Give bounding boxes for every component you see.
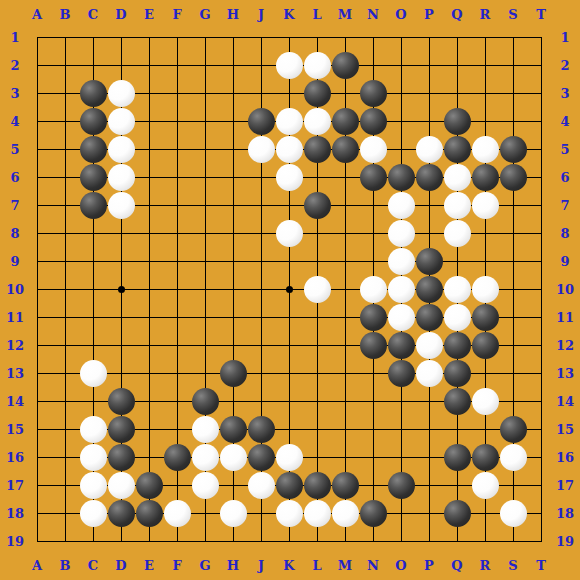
black-stone[interactable] xyxy=(500,416,527,443)
intersection[interactable] xyxy=(387,415,415,443)
intersection[interactable] xyxy=(191,79,219,107)
white-stone[interactable] xyxy=(500,500,527,527)
black-stone[interactable] xyxy=(80,80,107,107)
black-stone[interactable] xyxy=(220,416,247,443)
black-stone[interactable] xyxy=(360,108,387,135)
black-stone[interactable] xyxy=(444,388,471,415)
intersection[interactable] xyxy=(163,107,191,135)
white-stone[interactable] xyxy=(108,192,135,219)
white-stone[interactable] xyxy=(444,304,471,331)
intersection[interactable] xyxy=(331,247,359,275)
intersection[interactable] xyxy=(415,247,443,275)
white-stone[interactable] xyxy=(472,276,499,303)
intersection[interactable] xyxy=(135,23,163,51)
intersection[interactable] xyxy=(163,359,191,387)
white-stone[interactable] xyxy=(388,220,415,247)
intersection[interactable] xyxy=(359,247,387,275)
intersection[interactable] xyxy=(471,79,499,107)
intersection[interactable] xyxy=(387,275,415,303)
intersection[interactable] xyxy=(471,443,499,471)
intersection[interactable] xyxy=(23,275,51,303)
intersection[interactable] xyxy=(219,219,247,247)
intersection[interactable] xyxy=(79,51,107,79)
black-stone[interactable] xyxy=(304,472,331,499)
intersection[interactable] xyxy=(219,23,247,51)
intersection[interactable] xyxy=(331,219,359,247)
intersection[interactable] xyxy=(51,303,79,331)
intersection[interactable] xyxy=(51,23,79,51)
intersection[interactable] xyxy=(135,51,163,79)
intersection[interactable] xyxy=(275,79,303,107)
intersection[interactable] xyxy=(275,303,303,331)
intersection[interactable] xyxy=(79,387,107,415)
intersection[interactable] xyxy=(275,387,303,415)
intersection[interactable] xyxy=(499,443,527,471)
intersection[interactable] xyxy=(499,163,527,191)
black-stone[interactable] xyxy=(108,416,135,443)
intersection[interactable] xyxy=(443,247,471,275)
intersection[interactable] xyxy=(527,51,555,79)
intersection[interactable] xyxy=(499,135,527,163)
white-stone[interactable] xyxy=(164,500,191,527)
intersection[interactable] xyxy=(107,303,135,331)
intersection[interactable] xyxy=(359,51,387,79)
intersection[interactable] xyxy=(163,163,191,191)
intersection[interactable] xyxy=(51,107,79,135)
white-stone[interactable] xyxy=(472,388,499,415)
intersection[interactable] xyxy=(387,107,415,135)
intersection[interactable] xyxy=(163,443,191,471)
white-stone[interactable] xyxy=(192,472,219,499)
intersection[interactable] xyxy=(135,387,163,415)
intersection[interactable] xyxy=(471,331,499,359)
intersection[interactable] xyxy=(303,359,331,387)
intersection[interactable] xyxy=(443,499,471,527)
intersection[interactable] xyxy=(23,359,51,387)
intersection[interactable] xyxy=(527,275,555,303)
intersection[interactable] xyxy=(331,359,359,387)
intersection[interactable] xyxy=(275,219,303,247)
intersection[interactable] xyxy=(23,135,51,163)
intersection[interactable] xyxy=(303,387,331,415)
intersection[interactable] xyxy=(303,163,331,191)
intersection[interactable] xyxy=(359,135,387,163)
intersection[interactable] xyxy=(303,443,331,471)
intersection[interactable] xyxy=(387,303,415,331)
intersection[interactable] xyxy=(359,443,387,471)
intersection[interactable] xyxy=(415,331,443,359)
intersection[interactable] xyxy=(359,191,387,219)
intersection[interactable] xyxy=(443,23,471,51)
intersection[interactable] xyxy=(359,303,387,331)
white-stone[interactable] xyxy=(80,444,107,471)
intersection[interactable] xyxy=(79,275,107,303)
black-stone[interactable] xyxy=(136,472,163,499)
intersection[interactable] xyxy=(471,23,499,51)
intersection[interactable] xyxy=(527,499,555,527)
white-stone[interactable] xyxy=(276,136,303,163)
black-stone[interactable] xyxy=(248,108,275,135)
intersection[interactable] xyxy=(359,359,387,387)
black-stone[interactable] xyxy=(80,192,107,219)
white-stone[interactable] xyxy=(388,304,415,331)
intersection[interactable] xyxy=(359,415,387,443)
intersection[interactable] xyxy=(499,219,527,247)
white-stone[interactable] xyxy=(276,52,303,79)
intersection[interactable] xyxy=(135,331,163,359)
intersection[interactable] xyxy=(219,471,247,499)
intersection[interactable] xyxy=(527,163,555,191)
white-stone[interactable] xyxy=(304,108,331,135)
intersection[interactable] xyxy=(387,219,415,247)
intersection[interactable] xyxy=(359,79,387,107)
black-stone[interactable] xyxy=(472,304,499,331)
white-stone[interactable] xyxy=(108,164,135,191)
intersection[interactable] xyxy=(163,471,191,499)
intersection[interactable] xyxy=(303,191,331,219)
intersection[interactable] xyxy=(359,219,387,247)
white-stone[interactable] xyxy=(80,500,107,527)
black-stone[interactable] xyxy=(360,304,387,331)
intersection[interactable] xyxy=(163,499,191,527)
intersection[interactable] xyxy=(499,359,527,387)
intersection[interactable] xyxy=(247,275,275,303)
white-stone[interactable] xyxy=(388,192,415,219)
intersection[interactable] xyxy=(499,499,527,527)
intersection[interactable] xyxy=(135,303,163,331)
intersection[interactable] xyxy=(415,135,443,163)
intersection[interactable] xyxy=(443,303,471,331)
intersection[interactable] xyxy=(275,499,303,527)
intersection[interactable] xyxy=(247,471,275,499)
intersection[interactable] xyxy=(415,527,443,555)
intersection[interactable] xyxy=(107,527,135,555)
intersection[interactable] xyxy=(79,471,107,499)
intersection[interactable] xyxy=(51,163,79,191)
intersection[interactable] xyxy=(79,191,107,219)
black-stone[interactable] xyxy=(192,388,219,415)
intersection[interactable] xyxy=(219,163,247,191)
intersection[interactable] xyxy=(51,331,79,359)
intersection[interactable] xyxy=(471,275,499,303)
white-stone[interactable] xyxy=(416,332,443,359)
intersection[interactable] xyxy=(247,191,275,219)
intersection[interactable] xyxy=(135,415,163,443)
intersection[interactable] xyxy=(23,499,51,527)
intersection[interactable] xyxy=(415,219,443,247)
intersection[interactable] xyxy=(527,219,555,247)
intersection[interactable] xyxy=(191,219,219,247)
intersection[interactable] xyxy=(51,247,79,275)
black-stone[interactable] xyxy=(416,248,443,275)
black-stone[interactable] xyxy=(332,52,359,79)
intersection[interactable] xyxy=(79,79,107,107)
white-stone[interactable] xyxy=(304,276,331,303)
intersection[interactable] xyxy=(107,23,135,51)
intersection[interactable] xyxy=(219,499,247,527)
intersection[interactable] xyxy=(79,443,107,471)
intersection[interactable] xyxy=(415,359,443,387)
intersection[interactable] xyxy=(303,247,331,275)
intersection[interactable] xyxy=(303,51,331,79)
intersection[interactable] xyxy=(387,163,415,191)
intersection[interactable] xyxy=(79,107,107,135)
black-stone[interactable] xyxy=(388,332,415,359)
black-stone[interactable] xyxy=(416,304,443,331)
intersection[interactable] xyxy=(275,107,303,135)
intersection[interactable] xyxy=(527,79,555,107)
intersection[interactable] xyxy=(415,79,443,107)
intersection[interactable] xyxy=(23,79,51,107)
black-stone[interactable] xyxy=(360,332,387,359)
white-stone[interactable] xyxy=(192,444,219,471)
black-stone[interactable] xyxy=(500,164,527,191)
intersection[interactable] xyxy=(471,303,499,331)
intersection[interactable] xyxy=(499,527,527,555)
intersection[interactable] xyxy=(23,527,51,555)
intersection[interactable] xyxy=(387,79,415,107)
intersection[interactable] xyxy=(275,191,303,219)
intersection[interactable] xyxy=(51,51,79,79)
intersection[interactable] xyxy=(219,331,247,359)
intersection[interactable] xyxy=(51,527,79,555)
intersection[interactable] xyxy=(163,415,191,443)
intersection[interactable] xyxy=(23,415,51,443)
intersection[interactable] xyxy=(219,247,247,275)
intersection[interactable] xyxy=(471,415,499,443)
intersection[interactable] xyxy=(443,387,471,415)
white-stone[interactable] xyxy=(220,444,247,471)
intersection[interactable] xyxy=(79,247,107,275)
intersection[interactable] xyxy=(107,443,135,471)
intersection[interactable] xyxy=(527,191,555,219)
intersection[interactable] xyxy=(303,415,331,443)
white-stone[interactable] xyxy=(472,192,499,219)
intersection[interactable] xyxy=(247,219,275,247)
intersection[interactable] xyxy=(247,303,275,331)
intersection[interactable] xyxy=(51,443,79,471)
intersection[interactable] xyxy=(359,163,387,191)
white-stone[interactable] xyxy=(192,416,219,443)
black-stone[interactable] xyxy=(500,136,527,163)
intersection[interactable] xyxy=(23,443,51,471)
black-stone[interactable] xyxy=(360,500,387,527)
intersection[interactable] xyxy=(23,471,51,499)
intersection[interactable] xyxy=(191,275,219,303)
intersection[interactable] xyxy=(331,331,359,359)
intersection[interactable] xyxy=(387,247,415,275)
white-stone[interactable] xyxy=(416,136,443,163)
intersection[interactable] xyxy=(51,415,79,443)
intersection[interactable] xyxy=(443,331,471,359)
intersection[interactable] xyxy=(51,387,79,415)
black-stone[interactable] xyxy=(304,136,331,163)
intersection[interactable] xyxy=(415,499,443,527)
intersection[interactable] xyxy=(275,23,303,51)
intersection[interactable] xyxy=(79,219,107,247)
intersection[interactable] xyxy=(387,471,415,499)
white-stone[interactable] xyxy=(276,108,303,135)
intersection[interactable] xyxy=(135,499,163,527)
white-stone[interactable] xyxy=(80,416,107,443)
white-stone[interactable] xyxy=(444,276,471,303)
intersection[interactable] xyxy=(163,219,191,247)
intersection[interactable] xyxy=(471,247,499,275)
black-stone[interactable] xyxy=(304,80,331,107)
intersection[interactable] xyxy=(275,247,303,275)
intersection[interactable] xyxy=(331,499,359,527)
intersection[interactable] xyxy=(163,135,191,163)
intersection[interactable] xyxy=(107,499,135,527)
intersection[interactable] xyxy=(247,247,275,275)
intersection[interactable] xyxy=(247,163,275,191)
intersection[interactable] xyxy=(191,387,219,415)
black-stone[interactable] xyxy=(80,108,107,135)
intersection[interactable] xyxy=(135,359,163,387)
intersection[interactable] xyxy=(135,219,163,247)
intersection[interactable] xyxy=(387,135,415,163)
intersection[interactable] xyxy=(247,443,275,471)
intersection[interactable] xyxy=(443,191,471,219)
intersection[interactable] xyxy=(79,163,107,191)
intersection[interactable] xyxy=(303,303,331,331)
intersection[interactable] xyxy=(191,247,219,275)
intersection[interactable] xyxy=(275,51,303,79)
intersection[interactable] xyxy=(219,135,247,163)
intersection[interactable] xyxy=(23,191,51,219)
intersection[interactable] xyxy=(107,359,135,387)
white-stone[interactable] xyxy=(360,276,387,303)
black-stone[interactable] xyxy=(332,472,359,499)
intersection[interactable] xyxy=(443,275,471,303)
intersection[interactable] xyxy=(387,499,415,527)
intersection[interactable] xyxy=(303,135,331,163)
intersection[interactable] xyxy=(527,415,555,443)
intersection[interactable] xyxy=(443,163,471,191)
black-stone[interactable] xyxy=(360,80,387,107)
white-stone[interactable] xyxy=(80,472,107,499)
intersection[interactable] xyxy=(359,331,387,359)
intersection[interactable] xyxy=(275,163,303,191)
intersection[interactable] xyxy=(135,79,163,107)
intersection[interactable] xyxy=(443,443,471,471)
white-stone[interactable] xyxy=(500,444,527,471)
black-stone[interactable] xyxy=(332,108,359,135)
intersection[interactable] xyxy=(527,443,555,471)
intersection[interactable] xyxy=(387,51,415,79)
intersection[interactable] xyxy=(219,79,247,107)
black-stone[interactable] xyxy=(444,360,471,387)
white-stone[interactable] xyxy=(108,80,135,107)
intersection[interactable] xyxy=(51,191,79,219)
black-stone[interactable] xyxy=(136,500,163,527)
intersection[interactable] xyxy=(23,331,51,359)
intersection[interactable] xyxy=(443,527,471,555)
intersection[interactable] xyxy=(499,51,527,79)
black-stone[interactable] xyxy=(444,500,471,527)
intersection[interactable] xyxy=(23,51,51,79)
intersection[interactable] xyxy=(163,303,191,331)
intersection[interactable] xyxy=(135,443,163,471)
black-stone[interactable] xyxy=(388,360,415,387)
intersection[interactable] xyxy=(415,275,443,303)
intersection[interactable] xyxy=(275,443,303,471)
intersection[interactable] xyxy=(219,51,247,79)
intersection[interactable] xyxy=(303,331,331,359)
intersection[interactable] xyxy=(275,275,303,303)
white-stone[interactable] xyxy=(388,276,415,303)
intersection[interactable] xyxy=(471,107,499,135)
intersection[interactable] xyxy=(499,23,527,51)
intersection[interactable] xyxy=(219,415,247,443)
black-stone[interactable] xyxy=(80,136,107,163)
intersection[interactable] xyxy=(107,219,135,247)
intersection[interactable] xyxy=(331,191,359,219)
intersection[interactable] xyxy=(331,387,359,415)
intersection[interactable] xyxy=(359,107,387,135)
intersection[interactable] xyxy=(51,499,79,527)
intersection[interactable] xyxy=(135,163,163,191)
intersection[interactable] xyxy=(415,23,443,51)
intersection[interactable] xyxy=(331,51,359,79)
intersection[interactable] xyxy=(527,471,555,499)
white-stone[interactable] xyxy=(332,500,359,527)
black-stone[interactable] xyxy=(248,416,275,443)
white-stone[interactable] xyxy=(472,136,499,163)
intersection[interactable] xyxy=(191,51,219,79)
intersection[interactable] xyxy=(443,107,471,135)
intersection[interactable] xyxy=(107,471,135,499)
intersection[interactable] xyxy=(163,79,191,107)
intersection[interactable] xyxy=(387,23,415,51)
intersection[interactable] xyxy=(79,23,107,51)
intersection[interactable] xyxy=(359,471,387,499)
white-stone[interactable] xyxy=(304,500,331,527)
intersection[interactable] xyxy=(191,191,219,219)
intersection[interactable] xyxy=(443,79,471,107)
intersection[interactable] xyxy=(107,135,135,163)
intersection[interactable] xyxy=(359,499,387,527)
white-stone[interactable] xyxy=(108,108,135,135)
intersection[interactable] xyxy=(219,191,247,219)
black-stone[interactable] xyxy=(388,472,415,499)
black-stone[interactable] xyxy=(472,444,499,471)
intersection[interactable] xyxy=(331,415,359,443)
intersection[interactable] xyxy=(23,107,51,135)
intersection[interactable] xyxy=(499,191,527,219)
intersection[interactable] xyxy=(219,359,247,387)
intersection[interactable] xyxy=(191,163,219,191)
intersection[interactable] xyxy=(23,23,51,51)
intersection[interactable] xyxy=(415,387,443,415)
intersection[interactable] xyxy=(331,135,359,163)
intersection[interactable] xyxy=(303,499,331,527)
intersection[interactable] xyxy=(219,303,247,331)
intersection[interactable] xyxy=(331,163,359,191)
intersection[interactable] xyxy=(219,107,247,135)
intersection[interactable] xyxy=(79,135,107,163)
intersection[interactable] xyxy=(163,331,191,359)
intersection[interactable] xyxy=(331,303,359,331)
intersection[interactable] xyxy=(443,51,471,79)
white-stone[interactable] xyxy=(444,220,471,247)
intersection[interactable] xyxy=(275,527,303,555)
white-stone[interactable] xyxy=(108,136,135,163)
intersection[interactable] xyxy=(247,415,275,443)
intersection[interactable] xyxy=(163,23,191,51)
intersection[interactable] xyxy=(163,191,191,219)
white-stone[interactable] xyxy=(276,220,303,247)
